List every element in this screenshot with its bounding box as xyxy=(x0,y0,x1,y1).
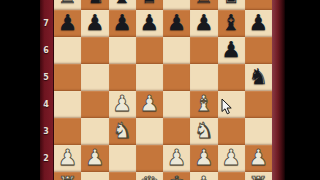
rank-label-7: 7 xyxy=(40,19,52,28)
piece-black-pawn-g6[interactable]: ♟ xyxy=(221,36,241,63)
square-d1[interactable]: ♛ xyxy=(136,172,163,180)
square-g1[interactable] xyxy=(218,172,245,180)
rank-label-6: 6 xyxy=(40,46,52,55)
square-g3[interactable] xyxy=(218,118,245,145)
piece-black-pawn-f7[interactable]: ♟ xyxy=(194,9,214,36)
board-border-right xyxy=(271,0,285,180)
square-b7[interactable]: ♟ xyxy=(81,10,108,37)
square-a2[interactable]: ♟ xyxy=(54,145,81,172)
piece-black-bishop-g7[interactable]: ♝ xyxy=(221,9,241,36)
rank-label-5: 5 xyxy=(40,73,52,82)
square-b6[interactable] xyxy=(81,37,108,64)
piece-white-queen-d1[interactable]: ♛ xyxy=(140,171,160,180)
square-f3[interactable]: ♞ xyxy=(190,118,217,145)
square-c2[interactable] xyxy=(109,145,136,172)
square-e5[interactable] xyxy=(163,64,190,91)
piece-white-pawn-e2[interactable]: ♟ xyxy=(167,144,187,171)
piece-white-pawn-a2[interactable]: ♟ xyxy=(58,144,78,171)
square-c1[interactable] xyxy=(109,172,136,180)
square-c7[interactable]: ♟ xyxy=(109,10,136,37)
piece-white-knight-c3[interactable]: ♞ xyxy=(112,117,132,144)
square-h4[interactable] xyxy=(245,91,272,118)
piece-black-pawn-e7[interactable]: ♟ xyxy=(167,9,187,36)
square-e7[interactable]: ♟ xyxy=(163,10,190,37)
piece-white-pawn-b2[interactable]: ♟ xyxy=(85,144,105,171)
square-f4[interactable]: ♝ xyxy=(190,91,217,118)
square-d4[interactable]: ♟ xyxy=(136,91,163,118)
piece-white-bishop-f1[interactable]: ♝ xyxy=(194,171,214,180)
piece-white-king-e1[interactable]: ♚ xyxy=(167,171,187,180)
square-b1[interactable] xyxy=(81,172,108,180)
rank-label-3: 3 xyxy=(40,127,52,136)
square-e3[interactable] xyxy=(163,118,190,145)
piece-white-knight-f3[interactable]: ♞ xyxy=(194,117,214,144)
square-e2[interactable]: ♟ xyxy=(163,145,190,172)
square-b3[interactable] xyxy=(81,118,108,145)
piece-black-king-g8[interactable]: ♚ xyxy=(221,0,241,9)
square-a5[interactable] xyxy=(54,64,81,91)
piece-white-rook-a1[interactable]: ♜ xyxy=(58,171,78,180)
square-g7[interactable]: ♝ xyxy=(218,10,245,37)
square-a4[interactable] xyxy=(54,91,81,118)
square-c4[interactable]: ♟ xyxy=(109,91,136,118)
video-frame: 765432 ♜♞♝♛♜♚♟♟♟♟♟♟♝♟♟♞♟♟♝♞♞♟♟♟♟♟♟♜♛♚♝♜ xyxy=(0,0,320,180)
piece-white-pawn-f2[interactable]: ♟ xyxy=(194,144,214,171)
piece-white-rook-h1[interactable]: ♜ xyxy=(249,171,269,180)
square-b4[interactable] xyxy=(81,91,108,118)
square-h7[interactable]: ♟ xyxy=(245,10,272,37)
rank-label-2: 2 xyxy=(40,154,52,163)
square-h2[interactable]: ♟ xyxy=(245,145,272,172)
square-a3[interactable] xyxy=(54,118,81,145)
square-f1[interactable]: ♝ xyxy=(190,172,217,180)
square-f6[interactable] xyxy=(190,37,217,64)
square-g6[interactable]: ♟ xyxy=(218,37,245,64)
square-b5[interactable] xyxy=(81,64,108,91)
square-e1[interactable]: ♚ xyxy=(163,172,190,180)
square-d5[interactable] xyxy=(136,64,163,91)
piece-black-pawn-b7[interactable]: ♟ xyxy=(85,9,105,36)
piece-white-pawn-g2[interactable]: ♟ xyxy=(221,144,241,171)
piece-white-pawn-d4[interactable]: ♟ xyxy=(140,90,160,117)
piece-black-pawn-a7[interactable]: ♟ xyxy=(58,9,78,36)
square-d3[interactable] xyxy=(136,118,163,145)
square-h1[interactable]: ♜ xyxy=(245,172,272,180)
square-g4[interactable] xyxy=(218,91,245,118)
piece-white-bishop-f4[interactable]: ♝ xyxy=(194,90,214,117)
square-e6[interactable] xyxy=(163,37,190,64)
square-a7[interactable]: ♟ xyxy=(54,10,81,37)
square-e4[interactable] xyxy=(163,91,190,118)
square-b2[interactable]: ♟ xyxy=(81,145,108,172)
square-g5[interactable] xyxy=(218,64,245,91)
square-f5[interactable] xyxy=(190,64,217,91)
chessboard-viewport: ♜♞♝♛♜♚♟♟♟♟♟♟♝♟♟♞♟♟♝♞♞♟♟♟♟♟♟♜♛♚♝♜ xyxy=(54,0,272,180)
piece-black-knight-h5[interactable]: ♞ xyxy=(249,63,269,90)
piece-white-pawn-h2[interactable]: ♟ xyxy=(249,144,269,171)
square-h5[interactable]: ♞ xyxy=(245,64,272,91)
square-a1[interactable]: ♜ xyxy=(54,172,81,180)
square-h6[interactable] xyxy=(245,37,272,64)
square-d2[interactable] xyxy=(136,145,163,172)
piece-black-knight-b8[interactable]: ♞ xyxy=(85,0,105,9)
square-a6[interactable] xyxy=(54,37,81,64)
square-c5[interactable] xyxy=(109,64,136,91)
piece-black-queen-d8[interactable]: ♛ xyxy=(140,0,160,9)
piece-black-bishop-c8[interactable]: ♝ xyxy=(112,0,132,9)
square-h3[interactable] xyxy=(245,118,272,145)
square-f2[interactable]: ♟ xyxy=(190,145,217,172)
piece-black-rook-f8[interactable]: ♜ xyxy=(194,0,214,9)
rank-label-4: 4 xyxy=(40,100,52,109)
square-c3[interactable]: ♞ xyxy=(109,118,136,145)
chessboard: ♜♞♝♛♜♚♟♟♟♟♟♟♝♟♟♞♟♟♝♞♞♟♟♟♟♟♟♜♛♚♝♜ xyxy=(54,0,272,180)
piece-black-pawn-d7[interactable]: ♟ xyxy=(140,9,160,36)
piece-black-pawn-c7[interactable]: ♟ xyxy=(112,9,132,36)
square-c6[interactable] xyxy=(109,37,136,64)
piece-black-pawn-h7[interactable]: ♟ xyxy=(249,9,269,36)
square-d7[interactable]: ♟ xyxy=(136,10,163,37)
piece-white-pawn-c4[interactable]: ♟ xyxy=(112,90,132,117)
square-g2[interactable]: ♟ xyxy=(218,145,245,172)
piece-black-rook-a8[interactable]: ♜ xyxy=(58,0,78,9)
square-d6[interactable] xyxy=(136,37,163,64)
square-f7[interactable]: ♟ xyxy=(190,10,217,37)
